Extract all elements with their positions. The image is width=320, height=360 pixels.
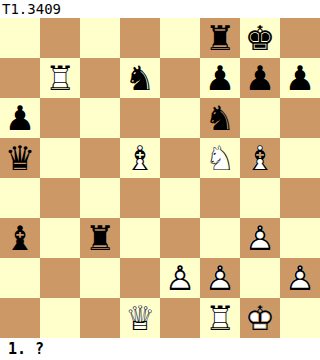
white-pawn-icon: ♙: [200, 258, 240, 298]
square-d4[interactable]: [120, 178, 160, 218]
square-f2[interactable]: ♟♙: [200, 258, 240, 298]
square-f4[interactable]: [200, 178, 240, 218]
piece-white-pawn[interactable]: ♟♙: [200, 258, 240, 298]
square-e3[interactable]: [160, 218, 200, 258]
square-b6[interactable]: [40, 98, 80, 138]
square-f1[interactable]: ♜♖: [200, 298, 240, 338]
piece-black-pawn[interactable]: ♟: [0, 98, 40, 138]
piece-white-bishop[interactable]: ♝♗: [120, 138, 160, 178]
square-c7[interactable]: [80, 58, 120, 98]
puzzle-window: T1.3409 ♜♚♜♖♞♟♟♟♟♞♛♝♗♞♘♝♗♝♜♟♙♟♙♟♙♟♙♛♕♜♖♚…: [0, 0, 320, 360]
piece-white-knight[interactable]: ♞♘: [200, 138, 240, 178]
square-f8[interactable]: ♜: [200, 18, 240, 58]
white-queen-icon: ♕: [120, 298, 160, 338]
square-b3[interactable]: [40, 218, 80, 258]
square-f5[interactable]: ♞♘: [200, 138, 240, 178]
square-f7[interactable]: ♟: [200, 58, 240, 98]
piece-black-knight[interactable]: ♞: [200, 98, 240, 138]
chess-board: ♜♚♜♖♞♟♟♟♟♞♛♝♗♞♘♝♗♝♜♟♙♟♙♟♙♟♙♛♕♜♖♚♔: [0, 18, 320, 338]
piece-black-rook[interactable]: ♜: [200, 18, 240, 58]
square-g6[interactable]: [240, 98, 280, 138]
piece-black-king[interactable]: ♚: [240, 18, 280, 58]
square-e2[interactable]: ♟♙: [160, 258, 200, 298]
square-d6[interactable]: [120, 98, 160, 138]
square-a7[interactable]: [0, 58, 40, 98]
square-d2[interactable]: [120, 258, 160, 298]
piece-white-king[interactable]: ♚♔: [240, 298, 280, 338]
square-a5[interactable]: ♛: [0, 138, 40, 178]
square-a2[interactable]: [0, 258, 40, 298]
piece-white-pawn[interactable]: ♟♙: [240, 218, 280, 258]
square-g2[interactable]: [240, 258, 280, 298]
piece-black-pawn[interactable]: ♟: [240, 58, 280, 98]
piece-white-rook[interactable]: ♜♖: [40, 58, 80, 98]
square-g7[interactable]: ♟: [240, 58, 280, 98]
square-c4[interactable]: [80, 178, 120, 218]
square-e7[interactable]: [160, 58, 200, 98]
piece-white-pawn[interactable]: ♟♙: [280, 258, 320, 298]
square-b4[interactable]: [40, 178, 80, 218]
white-rook-icon: ♖: [200, 298, 240, 338]
piece-black-knight[interactable]: ♞: [120, 58, 160, 98]
piece-white-bishop[interactable]: ♝♗: [240, 138, 280, 178]
square-b8[interactable]: [40, 18, 80, 58]
square-c1[interactable]: [80, 298, 120, 338]
square-g5[interactable]: ♝♗: [240, 138, 280, 178]
square-d3[interactable]: [120, 218, 160, 258]
square-g3[interactable]: ♟♙: [240, 218, 280, 258]
white-pawn-icon: ♙: [240, 218, 280, 258]
square-e5[interactable]: [160, 138, 200, 178]
square-c5[interactable]: [80, 138, 120, 178]
square-h2[interactable]: ♟♙: [280, 258, 320, 298]
square-d7[interactable]: ♞: [120, 58, 160, 98]
white-bishop-icon: ♗: [240, 138, 280, 178]
square-c6[interactable]: [80, 98, 120, 138]
square-c3[interactable]: ♜: [80, 218, 120, 258]
square-c8[interactable]: [80, 18, 120, 58]
white-knight-icon: ♘: [200, 138, 240, 178]
square-h5[interactable]: [280, 138, 320, 178]
square-d8[interactable]: [120, 18, 160, 58]
white-pawn-icon: ♙: [280, 258, 320, 298]
white-king-icon: ♔: [240, 298, 280, 338]
piece-black-bishop[interactable]: ♝: [0, 218, 40, 258]
square-b7[interactable]: ♜♖: [40, 58, 80, 98]
square-a3[interactable]: ♝: [0, 218, 40, 258]
square-a4[interactable]: [0, 178, 40, 218]
square-g1[interactable]: ♚♔: [240, 298, 280, 338]
square-e1[interactable]: [160, 298, 200, 338]
piece-black-rook[interactable]: ♜: [80, 218, 120, 258]
square-h7[interactable]: ♟: [280, 58, 320, 98]
move-prompt: 1. ?: [0, 338, 320, 360]
piece-white-queen[interactable]: ♛♕: [120, 298, 160, 338]
square-h8[interactable]: [280, 18, 320, 58]
piece-black-pawn[interactable]: ♟: [200, 58, 240, 98]
square-a6[interactable]: ♟: [0, 98, 40, 138]
square-f3[interactable]: [200, 218, 240, 258]
square-b5[interactable]: [40, 138, 80, 178]
white-pawn-icon: ♙: [160, 258, 200, 298]
square-f6[interactable]: ♞: [200, 98, 240, 138]
piece-black-queen[interactable]: ♛: [0, 138, 40, 178]
white-bishop-icon: ♗: [120, 138, 160, 178]
square-e4[interactable]: [160, 178, 200, 218]
square-b1[interactable]: [40, 298, 80, 338]
square-g8[interactable]: ♚: [240, 18, 280, 58]
piece-black-pawn[interactable]: ♟: [280, 58, 320, 98]
square-c2[interactable]: [80, 258, 120, 298]
white-rook-icon: ♖: [40, 58, 80, 98]
square-b2[interactable]: [40, 258, 80, 298]
square-d1[interactable]: ♛♕: [120, 298, 160, 338]
square-a1[interactable]: [0, 298, 40, 338]
piece-white-rook[interactable]: ♜♖: [200, 298, 240, 338]
square-d5[interactable]: ♝♗: [120, 138, 160, 178]
square-e6[interactable]: [160, 98, 200, 138]
square-a8[interactable]: [0, 18, 40, 58]
square-h3[interactable]: [280, 218, 320, 258]
piece-white-pawn[interactable]: ♟♙: [160, 258, 200, 298]
square-h6[interactable]: [280, 98, 320, 138]
square-h1[interactable]: [280, 298, 320, 338]
square-g4[interactable]: [240, 178, 280, 218]
square-e8[interactable]: [160, 18, 200, 58]
page-title: T1.3409: [0, 0, 320, 18]
square-h4[interactable]: [280, 178, 320, 218]
